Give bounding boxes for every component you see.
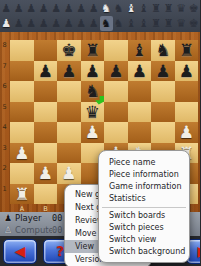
piece-white-p-h4[interactable]: ♟ <box>175 122 199 143</box>
square-b6[interactable] <box>34 81 58 102</box>
piece-white-r-a1[interactable]: ♜ <box>10 184 34 205</box>
square-a2[interactable] <box>10 163 34 184</box>
square-a5[interactable] <box>10 102 34 123</box>
square-b8[interactable] <box>34 40 58 61</box>
square-a3[interactable]: ♟ <box>10 143 34 164</box>
submenu-item-statistics[interactable]: Statistics <box>99 193 189 205</box>
square-e7[interactable]: ♟ <box>104 61 128 82</box>
submenu-item-piece-name[interactable]: Piece name <box>99 157 189 169</box>
square-c5[interactable] <box>57 102 81 123</box>
computer-name: Computer <box>15 225 52 235</box>
piece-black-n-g8[interactable]: ♞ <box>151 40 175 61</box>
square-g8[interactable]: ♞ <box>151 40 175 61</box>
square-d4[interactable]: ♟ <box>81 122 105 143</box>
question-mark-icon: ? <box>56 243 64 259</box>
tray-piece-p-d: ♟ <box>75 1 88 16</box>
tray-piece-p-d: ♟ <box>13 16 26 31</box>
square-b7[interactable]: ♟ <box>34 61 58 82</box>
square-h8[interactable]: ♜ <box>175 40 199 61</box>
square-f5[interactable] <box>128 102 152 123</box>
piece-black-k-c8[interactable]: ♚ <box>57 40 81 61</box>
tray-piece-r-d: ♜ <box>150 16 163 31</box>
submenu-item-piece-information[interactable]: Piece information <box>99 169 189 181</box>
black-pawn-icon: ♟ <box>4 212 12 224</box>
piece-white-p-d4[interactable]: ♟ <box>81 122 105 143</box>
square-g5[interactable] <box>151 102 175 123</box>
square-e8[interactable] <box>104 40 128 61</box>
square-d7[interactable]: ♟ <box>81 61 105 82</box>
square-b4[interactable] <box>34 122 58 143</box>
rank-label-7: 7 <box>0 62 9 70</box>
tray-piece-p-d: ♟ <box>25 1 38 16</box>
square-c6[interactable] <box>57 81 81 102</box>
tray-piece-p-d: ♟ <box>0 1 13 16</box>
submenu-item-switch-boards[interactable]: Switch boards <box>99 210 189 222</box>
piece-black-q-d5[interactable]: ♛ <box>81 102 105 123</box>
tray-piece-p-d: ♟ <box>88 1 101 16</box>
captured-pieces-tray: ♟♟♟♟♟♟♟♟♞♞♝♝♜♜♛♚ ♟♟♟♟♟♟♟♟♞♞♝♝♜♜♛♚ <box>0 0 200 32</box>
square-h7[interactable]: ♟ <box>175 61 199 82</box>
square-e6[interactable] <box>104 81 128 102</box>
piece-black-p-d7[interactable]: ♟ <box>81 61 105 82</box>
submenu-item-switch-background[interactable]: Switch background <box>99 246 189 258</box>
tray-piece-p-d: ♟ <box>50 16 63 31</box>
square-h5[interactable] <box>175 102 199 123</box>
piece-white-p-b2[interactable]: ♟ <box>34 163 58 184</box>
tray-piece-n-d: ♞ <box>113 16 126 31</box>
piece-black-p-b7[interactable]: ♟ <box>34 61 58 82</box>
tray-piece-k-d: ♚ <box>188 1 201 16</box>
tray-piece-n-w: ♞ <box>100 1 113 16</box>
square-g7[interactable]: ♟ <box>151 61 175 82</box>
tray-piece-p-d: ♟ <box>38 1 51 16</box>
piece-black-r-d8[interactable]: ♜ <box>81 40 105 61</box>
square-a8[interactable] <box>10 40 34 61</box>
square-g4[interactable] <box>151 122 175 143</box>
rank-label-4: 4 <box>0 123 9 131</box>
tray-piece-q-d: ♛ <box>175 16 188 31</box>
rank-label-2: 2 <box>0 164 9 172</box>
piece-black-p-h7[interactable]: ♟ <box>175 61 199 82</box>
submenu-item-switch-view[interactable]: Switch view <box>99 234 189 246</box>
tray-piece-r-d: ♜ <box>150 1 163 16</box>
white-pawn-icon: ♙ <box>4 224 12 236</box>
square-b5[interactable] <box>34 102 58 123</box>
tray-piece-p-d: ♟ <box>25 16 38 31</box>
square-b2[interactable]: ♟ <box>34 163 58 184</box>
square-h4[interactable]: ♟ <box>175 122 199 143</box>
square-f7[interactable]: ♟ <box>128 61 152 82</box>
tray-piece-b-d: ♝ <box>125 16 138 31</box>
square-c7[interactable]: ♟ <box>57 61 81 82</box>
rank-label-3: 3 <box>0 144 9 152</box>
square-c8[interactable]: ♚ <box>57 40 81 61</box>
tray-piece-n-h: ♞ <box>100 16 113 31</box>
square-d5[interactable]: ♛ <box>81 102 105 123</box>
square-e4[interactable] <box>104 122 128 143</box>
square-a7[interactable] <box>10 61 34 82</box>
rank-label-6: 6 <box>0 82 9 90</box>
square-a4[interactable] <box>10 122 34 143</box>
back-button[interactable]: ◀ <box>3 239 37 264</box>
tray-piece-r-d: ♜ <box>163 16 176 31</box>
submenu-item-game-information[interactable]: Game information <box>99 181 189 193</box>
square-e5[interactable] <box>104 102 128 123</box>
tray-piece-p-d: ♟ <box>50 1 63 16</box>
tray-piece-n-d: ♞ <box>113 1 126 16</box>
tray-piece-b-d: ♝ <box>138 1 151 16</box>
tray-piece-r-d: ♜ <box>163 1 176 16</box>
square-a1[interactable]: ♜ <box>10 184 34 205</box>
rank-label-8: 8 <box>0 41 9 49</box>
square-b3[interactable] <box>34 143 58 164</box>
tray-piece-p-d: ♟ <box>75 16 88 31</box>
square-f8[interactable]: ♝ <box>128 40 152 61</box>
square-a6[interactable] <box>10 81 34 102</box>
square-h6[interactable] <box>175 81 199 102</box>
menu-separator <box>102 207 186 208</box>
square-f6[interactable] <box>128 81 152 102</box>
tray-piece-p-w: ♟ <box>0 16 13 31</box>
back-arrow-icon: ◀ <box>15 243 26 259</box>
player-name: Player <box>15 213 52 223</box>
square-c3[interactable] <box>57 143 81 164</box>
piece-white-p-a3[interactable]: ♟ <box>10 143 34 164</box>
square-g6[interactable] <box>151 81 175 102</box>
rank-label-5: 5 <box>0 103 9 111</box>
piece-black-r-h8[interactable]: ♜ <box>175 40 199 61</box>
forward-arrow-icon: ▶ <box>198 243 200 259</box>
tray-piece-p-d: ♟ <box>88 16 101 31</box>
submenu-item-switch-pieces[interactable]: Switch pieces <box>99 222 189 234</box>
tray-piece-b-d: ♝ <box>138 16 151 31</box>
piece-black-b-f8[interactable]: ♝ <box>128 40 152 61</box>
piece-black-p-c7[interactable]: ♟ <box>57 61 81 82</box>
square-c2[interactable]: ♟ <box>57 163 81 184</box>
tray-piece-p-d: ♟ <box>63 16 76 31</box>
view-submenu: Piece namePiece informationGame informat… <box>98 150 190 263</box>
piece-white-p-c2[interactable]: ♟ <box>57 163 81 184</box>
tray-piece-p-d: ♟ <box>38 16 51 31</box>
piece-black-p-e7[interactable]: ♟ <box>104 61 128 82</box>
tray-piece-q-d: ♛ <box>175 1 188 16</box>
square-b1[interactable] <box>34 184 58 205</box>
tray-row-top: ♟♟♟♟♟♟♟♟♞♞♝♝♜♜♛♚ <box>0 1 200 16</box>
tray-row-bottom: ♟♟♟♟♟♟♟♟♞♞♝♝♜♜♛♚ <box>0 16 200 31</box>
square-d6[interactable]: ♞ <box>81 81 105 102</box>
piece-black-p-f7[interactable]: ♟ <box>128 61 152 82</box>
tray-piece-b-w: ♝ <box>125 1 138 16</box>
tray-piece-p-d: ♟ <box>13 1 26 16</box>
square-c4[interactable] <box>57 122 81 143</box>
tray-piece-k-d: ♚ <box>188 16 201 31</box>
rank-label-1: 1 <box>0 185 9 193</box>
piece-black-p-g7[interactable]: ♟ <box>151 61 175 82</box>
square-f4[interactable] <box>128 122 152 143</box>
tray-piece-p-d: ♟ <box>63 1 76 16</box>
square-d8[interactable]: ♜ <box>81 40 105 61</box>
